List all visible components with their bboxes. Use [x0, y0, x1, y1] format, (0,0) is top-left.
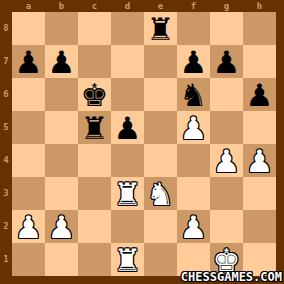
piece-black-king-c6[interactable]: ♚ [78, 78, 111, 111]
file-label-b: b [45, 0, 78, 12]
square-a1[interactable] [12, 243, 45, 276]
square-h4[interactable]: ♟ [243, 144, 276, 177]
square-f7[interactable]: ♟ [177, 45, 210, 78]
rank-label-6: 6 [0, 78, 12, 111]
square-g3[interactable] [210, 177, 243, 210]
square-a2[interactable]: ♟ [12, 210, 45, 243]
square-f4[interactable] [177, 144, 210, 177]
square-g8[interactable] [210, 12, 243, 45]
piece-black-pawn-d5[interactable]: ♟ [111, 111, 144, 144]
rank-label-2: 2 [0, 210, 12, 243]
file-label-c: c [78, 0, 111, 12]
square-f5[interactable]: ♟ [177, 111, 210, 144]
square-a3[interactable] [12, 177, 45, 210]
piece-white-rook-d3[interactable]: ♜ [111, 177, 144, 210]
piece-black-pawn-g7[interactable]: ♟ [210, 45, 243, 78]
rank-label-7: 7 [0, 45, 12, 78]
square-d3[interactable]: ♜ [111, 177, 144, 210]
piece-white-pawn-f2[interactable]: ♟ [177, 210, 210, 243]
file-label-g: g [210, 0, 243, 12]
piece-white-pawn-f5[interactable]: ♟ [177, 111, 210, 144]
piece-white-knight-e3[interactable]: ♞ [144, 177, 177, 210]
square-b8[interactable] [45, 12, 78, 45]
square-d4[interactable] [111, 144, 144, 177]
square-c3[interactable] [78, 177, 111, 210]
square-f2[interactable]: ♟ [177, 210, 210, 243]
piece-white-pawn-g4[interactable]: ♟ [210, 144, 243, 177]
file-label-h: h [243, 0, 276, 12]
square-c5[interactable]: ♜ [78, 111, 111, 144]
square-d5[interactable]: ♟ [111, 111, 144, 144]
square-g4[interactable]: ♟ [210, 144, 243, 177]
square-c4[interactable] [78, 144, 111, 177]
square-b2[interactable]: ♟ [45, 210, 78, 243]
square-e4[interactable] [144, 144, 177, 177]
rank-label-1: 1 [0, 243, 12, 276]
piece-black-knight-f6[interactable]: ♞ [177, 78, 210, 111]
square-d6[interactable] [111, 78, 144, 111]
rank-labels: 87654321 [0, 12, 12, 276]
square-a7[interactable]: ♟ [12, 45, 45, 78]
square-b1[interactable] [45, 243, 78, 276]
square-g7[interactable]: ♟ [210, 45, 243, 78]
square-c6[interactable]: ♚ [78, 78, 111, 111]
chessgames-watermark: CHESSGAMES.COM [181, 270, 282, 284]
square-h8[interactable] [243, 12, 276, 45]
square-d1[interactable]: ♜ [111, 243, 144, 276]
chess-board: ♜♟♟♟♟♚♞♟♜♟♟♟♟♜♞♟♟♟♜♚ [12, 12, 276, 276]
square-e2[interactable] [144, 210, 177, 243]
square-h3[interactable] [243, 177, 276, 210]
square-h5[interactable] [243, 111, 276, 144]
square-f3[interactable] [177, 177, 210, 210]
square-e6[interactable] [144, 78, 177, 111]
square-g6[interactable] [210, 78, 243, 111]
piece-black-pawn-b7[interactable]: ♟ [45, 45, 78, 78]
file-label-a: a [12, 0, 45, 12]
piece-white-pawn-h4[interactable]: ♟ [243, 144, 276, 177]
square-g2[interactable] [210, 210, 243, 243]
piece-white-pawn-a2[interactable]: ♟ [12, 210, 45, 243]
square-e3[interactable]: ♞ [144, 177, 177, 210]
square-e7[interactable] [144, 45, 177, 78]
piece-black-pawn-h6[interactable]: ♟ [243, 78, 276, 111]
piece-black-pawn-a7[interactable]: ♟ [12, 45, 45, 78]
square-h2[interactable] [243, 210, 276, 243]
square-d7[interactable] [111, 45, 144, 78]
square-a8[interactable] [12, 12, 45, 45]
square-h6[interactable]: ♟ [243, 78, 276, 111]
square-b6[interactable] [45, 78, 78, 111]
piece-white-rook-d1[interactable]: ♜ [111, 243, 144, 276]
square-e1[interactable] [144, 243, 177, 276]
square-e5[interactable] [144, 111, 177, 144]
square-b5[interactable] [45, 111, 78, 144]
square-a5[interactable] [12, 111, 45, 144]
piece-white-pawn-b2[interactable]: ♟ [45, 210, 78, 243]
square-d8[interactable] [111, 12, 144, 45]
square-f8[interactable] [177, 12, 210, 45]
square-c8[interactable] [78, 12, 111, 45]
square-c7[interactable] [78, 45, 111, 78]
square-b7[interactable]: ♟ [45, 45, 78, 78]
file-label-d: d [111, 0, 144, 12]
piece-black-rook-c5[interactable]: ♜ [78, 111, 111, 144]
square-e8[interactable]: ♜ [144, 12, 177, 45]
rank-label-4: 4 [0, 144, 12, 177]
square-c1[interactable] [78, 243, 111, 276]
file-labels: abcdefgh [12, 0, 276, 12]
square-a4[interactable] [12, 144, 45, 177]
chess-diagram: abcdefgh 87654321 ♜♟♟♟♟♚♞♟♜♟♟♟♟♜♞♟♟♟♜♚ C… [0, 0, 284, 284]
file-label-f: f [177, 0, 210, 12]
square-g5[interactable] [210, 111, 243, 144]
square-c2[interactable] [78, 210, 111, 243]
square-h7[interactable] [243, 45, 276, 78]
rank-label-3: 3 [0, 177, 12, 210]
square-d2[interactable] [111, 210, 144, 243]
square-b4[interactable] [45, 144, 78, 177]
square-b3[interactable] [45, 177, 78, 210]
piece-black-pawn-f7[interactable]: ♟ [177, 45, 210, 78]
square-a6[interactable] [12, 78, 45, 111]
square-f6[interactable]: ♞ [177, 78, 210, 111]
rank-label-5: 5 [0, 111, 12, 144]
rank-label-8: 8 [0, 12, 12, 45]
piece-black-rook-e8[interactable]: ♜ [144, 12, 177, 45]
